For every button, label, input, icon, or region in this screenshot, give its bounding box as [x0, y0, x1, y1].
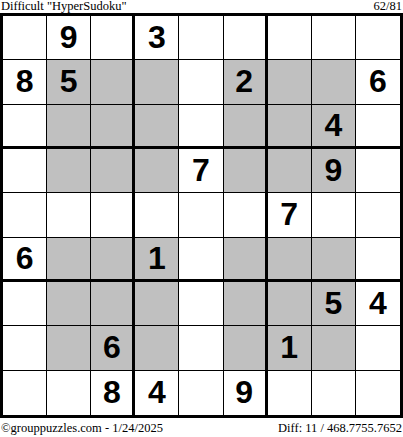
- cell-r1c3[interactable]: [91, 16, 135, 60]
- cell-r7c1[interactable]: [3, 282, 47, 326]
- cell-r8c5[interactable]: [179, 326, 223, 370]
- cell-r6c9[interactable]: [356, 238, 400, 282]
- cell-r6c5[interactable]: [179, 238, 223, 282]
- cell-r1c7[interactable]: [268, 16, 312, 60]
- cell-r9c9[interactable]: [356, 371, 400, 415]
- cell-r1c2[interactable]: 9: [47, 16, 91, 60]
- cell-r3c1[interactable]: [3, 105, 47, 149]
- cell-r6c8[interactable]: [312, 238, 356, 282]
- cell-r1c1[interactable]: [3, 16, 47, 60]
- cell-r6c3[interactable]: [91, 238, 135, 282]
- cell-r2c2[interactable]: 5: [47, 60, 91, 104]
- difficulty-text: Diff: 11 / 468.7755.7652: [278, 420, 402, 436]
- cell-r4c7[interactable]: [268, 149, 312, 193]
- cell-r4c9[interactable]: [356, 149, 400, 193]
- header: Difficult "HyperSudoku" 62/81: [0, 0, 403, 13]
- cell-r8c1[interactable]: [3, 326, 47, 370]
- cell-r7c3[interactable]: [91, 282, 135, 326]
- cell-r3c4[interactable]: [135, 105, 179, 149]
- cell-r9c1[interactable]: [3, 371, 47, 415]
- cell-r5c1[interactable]: [3, 193, 47, 237]
- puzzle-page: Difficult "HyperSudoku" 62/81 9385264797…: [0, 0, 403, 437]
- cell-r2c1[interactable]: 8: [3, 60, 47, 104]
- cell-r3c7[interactable]: [268, 105, 312, 149]
- cell-r9c3[interactable]: 8: [91, 371, 135, 415]
- cell-r8c2[interactable]: [47, 326, 91, 370]
- cell-r8c6[interactable]: [224, 326, 268, 370]
- cell-r7c2[interactable]: [47, 282, 91, 326]
- cell-r5c3[interactable]: [91, 193, 135, 237]
- cell-r2c7[interactable]: [268, 60, 312, 104]
- cell-r4c8[interactable]: 9: [312, 149, 356, 193]
- cell-r3c8[interactable]: 4: [312, 105, 356, 149]
- cell-r7c5[interactable]: [179, 282, 223, 326]
- cell-r6c7[interactable]: [268, 238, 312, 282]
- cell-r9c4[interactable]: 4: [135, 371, 179, 415]
- cell-r4c4[interactable]: [135, 149, 179, 193]
- cell-r8c4[interactable]: [135, 326, 179, 370]
- cell-r8c3[interactable]: 6: [91, 326, 135, 370]
- puzzle-title: Difficult "HyperSudoku": [1, 0, 127, 13]
- sudoku-board: 9385264797615461849: [0, 13, 403, 418]
- cell-r1c4[interactable]: 3: [135, 16, 179, 60]
- cell-r8c8[interactable]: [312, 326, 356, 370]
- cell-r7c6[interactable]: [224, 282, 268, 326]
- cell-r3c2[interactable]: [47, 105, 91, 149]
- cell-r5c7[interactable]: 7: [268, 193, 312, 237]
- cell-r1c6[interactable]: [224, 16, 268, 60]
- copyright-text: ©grouppuzzles.com - 1/24/2025: [1, 420, 163, 436]
- cell-r4c6[interactable]: [224, 149, 268, 193]
- cell-r2c4[interactable]: [135, 60, 179, 104]
- cell-r9c6[interactable]: 9: [224, 371, 268, 415]
- cell-r3c5[interactable]: [179, 105, 223, 149]
- cell-r4c1[interactable]: [3, 149, 47, 193]
- cell-r6c6[interactable]: [224, 238, 268, 282]
- cell-r1c9[interactable]: [356, 16, 400, 60]
- cells-remaining-counter: 62/81: [374, 0, 402, 13]
- cell-r5c9[interactable]: [356, 193, 400, 237]
- cell-r3c9[interactable]: [356, 105, 400, 149]
- cell-r4c2[interactable]: [47, 149, 91, 193]
- cell-r7c8[interactable]: 5: [312, 282, 356, 326]
- cell-r5c2[interactable]: [47, 193, 91, 237]
- cell-r9c7[interactable]: [268, 371, 312, 415]
- cell-r4c3[interactable]: [91, 149, 135, 193]
- cell-r2c5[interactable]: [179, 60, 223, 104]
- cell-r9c8[interactable]: [312, 371, 356, 415]
- cell-r3c3[interactable]: [91, 105, 135, 149]
- cell-r7c4[interactable]: [135, 282, 179, 326]
- cell-r5c6[interactable]: [224, 193, 268, 237]
- cell-r2c6[interactable]: 2: [224, 60, 268, 104]
- cell-r2c3[interactable]: [91, 60, 135, 104]
- cell-r5c5[interactable]: [179, 193, 223, 237]
- footer: ©grouppuzzles.com - 1/24/2025 Diff: 11 /…: [0, 420, 403, 436]
- cell-r1c8[interactable]: [312, 16, 356, 60]
- cell-r6c1[interactable]: 6: [3, 238, 47, 282]
- cell-r5c8[interactable]: [312, 193, 356, 237]
- cell-r4c5[interactable]: 7: [179, 149, 223, 193]
- cell-r2c8[interactable]: [312, 60, 356, 104]
- cell-r7c9[interactable]: 4: [356, 282, 400, 326]
- cell-r2c9[interactable]: 6: [356, 60, 400, 104]
- cell-r6c2[interactable]: [47, 238, 91, 282]
- cell-r9c5[interactable]: [179, 371, 223, 415]
- cell-r8c9[interactable]: [356, 326, 400, 370]
- cell-r7c7[interactable]: [268, 282, 312, 326]
- cell-r9c2[interactable]: [47, 371, 91, 415]
- cell-r3c6[interactable]: [224, 105, 268, 149]
- cell-r6c4[interactable]: 1: [135, 238, 179, 282]
- cell-r8c7[interactable]: 1: [268, 326, 312, 370]
- cell-r1c5[interactable]: [179, 16, 223, 60]
- cell-r5c4[interactable]: [135, 193, 179, 237]
